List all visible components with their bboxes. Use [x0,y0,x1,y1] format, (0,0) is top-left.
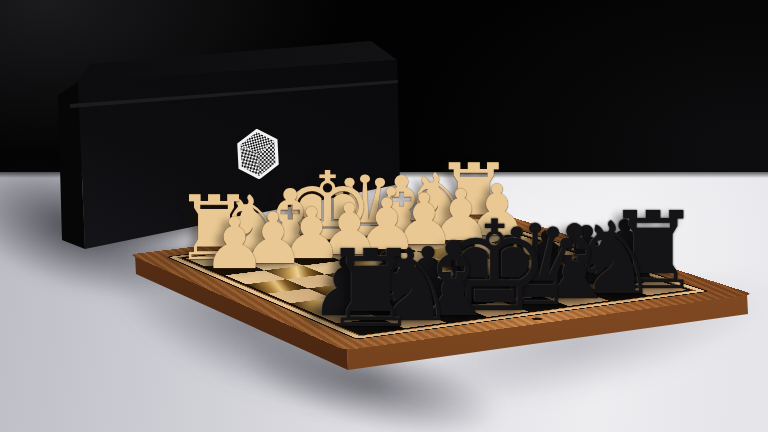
hexagon-moire-logo-icon [235,127,281,182]
chess-set-photo: ♜♞♝♛♚♝♞♜♟♟♟♟♟♟♟♟♟♟♟♟♟♟♟♟♜♞♝♛♚♝♞♜ [0,0,768,432]
